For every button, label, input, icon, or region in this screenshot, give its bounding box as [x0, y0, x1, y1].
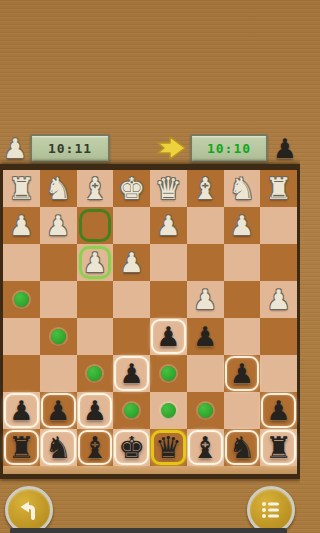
square-f7[interactable]: ♟	[77, 392, 114, 429]
legal-move-dot	[14, 292, 29, 307]
piece-wR-h1: ♜	[8, 174, 35, 204]
piece-wP-d2: ♟	[156, 212, 180, 239]
square-c3[interactable]	[187, 244, 224, 281]
menu-button[interactable]	[247, 486, 295, 533]
square-f1[interactable]: ♝	[77, 170, 114, 207]
piece-wP-a4: ♟	[267, 286, 291, 313]
piece-bP-c5: ♟	[193, 323, 217, 350]
piece-bP-d5: ♟	[156, 323, 180, 350]
square-h4[interactable]	[3, 281, 40, 318]
square-g6[interactable]	[40, 355, 77, 392]
square-a6[interactable]	[260, 355, 297, 392]
square-g1[interactable]: ♞	[40, 170, 77, 207]
square-g7[interactable]: ♟	[40, 392, 77, 429]
square-b3[interactable]	[224, 244, 261, 281]
piece-bP-g7: ♟	[46, 397, 70, 424]
piece-bR-h8: ♜	[8, 433, 35, 463]
black-pawn-icon: ♟	[273, 132, 297, 166]
legal-move-dot	[161, 403, 176, 418]
piece-bN-g8: ♞	[45, 433, 72, 463]
white-clock: 10:11	[30, 134, 110, 163]
menu-list-icon	[259, 498, 283, 522]
chess-board[interactable]: ♜♞♝♚♛♝♞♜♟♟♟♟♟♟♟♟♟♟♟♟♟♟♟♟♜♞♝♚♛♝♞♜	[3, 170, 297, 466]
square-f5[interactable]	[77, 318, 114, 355]
piece-bP-f7: ♟	[83, 397, 107, 424]
square-d8[interactable]: ♛	[150, 429, 187, 466]
square-h1[interactable]: ♜	[3, 170, 40, 207]
piece-bB-c8: ♝	[192, 433, 219, 463]
square-g5[interactable]	[40, 318, 77, 355]
piece-wQ-d1: ♛	[155, 174, 182, 204]
black-clock-time: 10:10	[207, 141, 251, 156]
square-d3[interactable]	[150, 244, 187, 281]
square-c2[interactable]	[187, 207, 224, 244]
square-c5[interactable]: ♟	[187, 318, 224, 355]
square-e4[interactable]	[113, 281, 150, 318]
piece-bR-a8: ♜	[265, 433, 292, 463]
square-b6[interactable]: ♟	[224, 355, 261, 392]
piece-bN-b8: ♞	[228, 433, 255, 463]
square-c6[interactable]	[187, 355, 224, 392]
square-a7[interactable]: ♟	[260, 392, 297, 429]
square-h3[interactable]	[3, 244, 40, 281]
white-clock-time: 10:11	[48, 141, 92, 156]
square-h5[interactable]	[3, 318, 40, 355]
square-b7[interactable]	[224, 392, 261, 429]
board-bevel	[3, 466, 297, 474]
piece-wP-f3: ♟	[83, 249, 107, 276]
square-b4[interactable]	[224, 281, 261, 318]
piece-bP-e6: ♟	[120, 360, 144, 387]
piece-wP-h2: ♟	[9, 212, 33, 239]
black-clock: 10:10	[190, 134, 268, 163]
square-h6[interactable]	[3, 355, 40, 392]
piece-bP-h7: ♟	[9, 397, 33, 424]
square-b8[interactable]: ♞	[224, 429, 261, 466]
piece-wR-a1: ♜	[265, 174, 292, 204]
square-c4[interactable]: ♟	[187, 281, 224, 318]
board-frame: ♜♞♝♚♛♝♞♜♟♟♟♟♟♟♟♟♟♟♟♟♟♟♟♟♜♞♝♚♛♝♞♜	[0, 164, 300, 479]
square-e3[interactable]: ♟	[113, 244, 150, 281]
square-d5[interactable]: ♟	[150, 318, 187, 355]
piece-wP-e3: ♟	[120, 249, 144, 276]
square-e6[interactable]: ♟	[113, 355, 150, 392]
piece-wK-e1: ♚	[118, 174, 145, 204]
turn-arrow-icon	[152, 135, 188, 161]
last-move-from-highlight	[79, 209, 112, 242]
square-b1[interactable]: ♞	[224, 170, 261, 207]
square-a8[interactable]: ♜	[260, 429, 297, 466]
square-c1[interactable]: ♝	[187, 170, 224, 207]
square-g8[interactable]: ♞	[40, 429, 77, 466]
legal-move-dot	[87, 366, 102, 381]
square-a5[interactable]	[260, 318, 297, 355]
bottom-strip	[10, 528, 287, 533]
piece-bQ-d8: ♛	[155, 433, 182, 463]
piece-wN-g1: ♞	[45, 174, 72, 204]
legal-move-dot	[161, 366, 176, 381]
undo-button[interactable]	[5, 486, 53, 533]
piece-bP-b6: ♟	[230, 360, 254, 387]
square-b2[interactable]: ♟	[224, 207, 261, 244]
piece-bK-e8: ♚	[118, 433, 145, 463]
legal-move-dot	[124, 403, 139, 418]
square-f3[interactable]: ♟	[77, 244, 114, 281]
piece-wP-g2: ♟	[46, 212, 70, 239]
square-d1[interactable]: ♛	[150, 170, 187, 207]
piece-wP-c4: ♟	[193, 286, 217, 313]
piece-wB-c1: ♝	[192, 174, 219, 204]
square-a3[interactable]	[260, 244, 297, 281]
square-a4[interactable]: ♟	[260, 281, 297, 318]
square-f2[interactable]	[77, 207, 114, 244]
square-e2[interactable]	[113, 207, 150, 244]
square-f4[interactable]	[77, 281, 114, 318]
white-pawn-icon: ♟	[3, 132, 27, 166]
square-g4[interactable]	[40, 281, 77, 318]
square-g3[interactable]	[40, 244, 77, 281]
square-e8[interactable]: ♚	[113, 429, 150, 466]
square-e1[interactable]: ♚	[113, 170, 150, 207]
square-b5[interactable]	[224, 318, 261, 355]
legal-move-dot	[198, 403, 213, 418]
legal-move-dot	[51, 329, 66, 344]
square-c8[interactable]: ♝	[187, 429, 224, 466]
square-d2[interactable]: ♟	[150, 207, 187, 244]
undo-arrow-icon	[17, 498, 41, 522]
square-a2[interactable]	[260, 207, 297, 244]
square-e5[interactable]	[113, 318, 150, 355]
piece-wN-b1: ♞	[228, 174, 255, 204]
square-f8[interactable]: ♝	[77, 429, 114, 466]
square-d7[interactable]	[150, 392, 187, 429]
square-e7[interactable]	[113, 392, 150, 429]
square-d4[interactable]	[150, 281, 187, 318]
piece-bB-f8: ♝	[81, 433, 108, 463]
square-c7[interactable]	[187, 392, 224, 429]
piece-bP-a7: ♟	[267, 397, 291, 424]
clock-bar: ♟ 10:11 10:10 ♟	[0, 130, 300, 166]
square-a1[interactable]: ♜	[260, 170, 297, 207]
piece-wB-f1: ♝	[81, 174, 108, 204]
square-h7[interactable]: ♟	[3, 392, 40, 429]
square-h8[interactable]: ♜	[3, 429, 40, 466]
piece-wP-b2: ♟	[230, 212, 254, 239]
square-d6[interactable]	[150, 355, 187, 392]
square-f6[interactable]	[77, 355, 114, 392]
square-h2[interactable]: ♟	[3, 207, 40, 244]
square-g2[interactable]: ♟	[40, 207, 77, 244]
